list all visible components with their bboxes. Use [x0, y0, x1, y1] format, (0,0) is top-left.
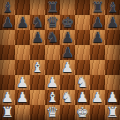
- black-knight[interactable]: ♞: [46, 30, 59, 45]
- black-pawn[interactable]: ♟: [91, 15, 104, 30]
- square-c1[interactable]: [30, 105, 45, 120]
- square-h7[interactable]: ♟: [105, 15, 120, 30]
- square-f2[interactable]: ♟: [75, 90, 90, 105]
- white-queen[interactable]: ♛: [46, 105, 59, 120]
- square-g1[interactable]: [90, 105, 105, 120]
- square-b2[interactable]: ♟: [15, 90, 30, 105]
- square-b5[interactable]: [15, 45, 30, 60]
- square-g3[interactable]: [90, 75, 105, 90]
- square-c6[interactable]: ♟: [30, 30, 45, 45]
- square-h8[interactable]: ♝: [105, 0, 120, 15]
- square-b7[interactable]: ♟: [15, 15, 30, 30]
- square-b4[interactable]: [15, 60, 30, 75]
- square-b6[interactable]: [15, 30, 30, 45]
- square-f4[interactable]: [75, 60, 90, 75]
- square-a1[interactable]: ♜: [0, 105, 15, 120]
- square-b1[interactable]: [15, 105, 30, 120]
- white-pawn[interactable]: ♟: [76, 90, 89, 105]
- square-e8[interactable]: [60, 0, 75, 15]
- square-f1[interactable]: ♚: [75, 105, 90, 120]
- black-pawn[interactable]: ♟: [61, 30, 74, 45]
- square-c4[interactable]: ♝: [30, 60, 45, 75]
- square-e3[interactable]: [60, 75, 75, 90]
- black-bishop[interactable]: ♝: [1, 0, 14, 15]
- square-d7[interactable]: ♛: [45, 15, 60, 30]
- chess-board-wrap: ♝♜♜♝♟♟♞♛♚♟♟♟♞♟♟♟♝♟♟♟♞♟♟♝♞♟♟♟♜♛♚♜: [0, 0, 120, 120]
- white-king[interactable]: ♚: [76, 105, 89, 120]
- square-h4[interactable]: [105, 60, 120, 75]
- white-rook[interactable]: ♜: [106, 105, 119, 120]
- square-b8[interactable]: [15, 0, 30, 15]
- square-a7[interactable]: ♟: [0, 15, 15, 30]
- white-pawn[interactable]: ♟: [16, 75, 29, 90]
- black-queen[interactable]: ♛: [46, 15, 59, 30]
- white-knight[interactable]: ♞: [76, 75, 89, 90]
- square-f6[interactable]: [75, 30, 90, 45]
- square-c3[interactable]: [30, 75, 45, 90]
- square-e6[interactable]: ♟: [60, 30, 75, 45]
- square-h6[interactable]: [105, 30, 120, 45]
- square-c2[interactable]: [30, 90, 45, 105]
- white-knight[interactable]: ♞: [61, 90, 74, 105]
- square-a3[interactable]: [0, 75, 15, 90]
- square-g6[interactable]: ♟: [90, 30, 105, 45]
- square-e5[interactable]: ♟: [60, 45, 75, 60]
- square-a4[interactable]: [0, 60, 15, 75]
- square-f7[interactable]: [75, 15, 90, 30]
- square-f3[interactable]: ♞: [75, 75, 90, 90]
- square-d4[interactable]: [45, 60, 60, 75]
- square-g4[interactable]: [90, 60, 105, 75]
- black-pawn[interactable]: ♟: [61, 45, 74, 60]
- black-pawn[interactable]: ♟: [1, 15, 14, 30]
- square-d5[interactable]: [45, 45, 60, 60]
- square-b3[interactable]: ♟: [15, 75, 30, 90]
- square-e7[interactable]: ♚: [60, 15, 75, 30]
- black-knight[interactable]: ♞: [31, 15, 44, 30]
- white-rook[interactable]: ♜: [1, 105, 14, 120]
- square-a8[interactable]: ♝: [0, 0, 15, 15]
- square-a5[interactable]: [0, 45, 15, 60]
- square-e1[interactable]: [60, 105, 75, 120]
- chess-board: ♝♜♜♝♟♟♞♛♚♟♟♟♞♟♟♟♝♟♟♟♞♟♟♝♞♟♟♟♜♛♚♜: [0, 0, 120, 120]
- square-e4[interactable]: ♟: [60, 60, 75, 75]
- square-c5[interactable]: [30, 45, 45, 60]
- square-d2[interactable]: ♝: [45, 90, 60, 105]
- square-f8[interactable]: [75, 0, 90, 15]
- square-d8[interactable]: ♜: [45, 0, 60, 15]
- square-d6[interactable]: ♞: [45, 30, 60, 45]
- square-g2[interactable]: ♟: [90, 90, 105, 105]
- black-pawn[interactable]: ♟: [16, 15, 29, 30]
- black-king[interactable]: ♚: [61, 15, 74, 30]
- square-f5[interactable]: [75, 45, 90, 60]
- square-h3[interactable]: [105, 75, 120, 90]
- square-g8[interactable]: ♜: [90, 0, 105, 15]
- black-pawn[interactable]: ♟: [106, 15, 119, 30]
- white-pawn[interactable]: ♟: [16, 90, 29, 105]
- white-bishop[interactable]: ♝: [31, 60, 44, 75]
- white-pawn[interactable]: ♟: [61, 60, 74, 75]
- white-pawn[interactable]: ♟: [91, 90, 104, 105]
- black-rook[interactable]: ♜: [46, 0, 59, 15]
- square-h2[interactable]: ♟: [105, 90, 120, 105]
- square-a2[interactable]: ♟: [0, 90, 15, 105]
- black-pawn[interactable]: ♟: [91, 30, 104, 45]
- square-h1[interactable]: ♜: [105, 105, 120, 120]
- square-c7[interactable]: ♞: [30, 15, 45, 30]
- square-g7[interactable]: ♟: [90, 15, 105, 30]
- white-pawn[interactable]: ♟: [46, 75, 59, 90]
- square-g5[interactable]: [90, 45, 105, 60]
- square-c8[interactable]: [30, 0, 45, 15]
- black-bishop[interactable]: ♝: [106, 0, 119, 15]
- white-bishop[interactable]: ♝: [46, 90, 59, 105]
- square-e2[interactable]: ♞: [60, 90, 75, 105]
- white-pawn[interactable]: ♟: [1, 90, 14, 105]
- black-rook[interactable]: ♜: [91, 0, 104, 15]
- square-d1[interactable]: ♛: [45, 105, 60, 120]
- white-pawn[interactable]: ♟: [106, 90, 119, 105]
- black-pawn[interactable]: ♟: [31, 30, 44, 45]
- square-d3[interactable]: ♟: [45, 75, 60, 90]
- square-h5[interactable]: [105, 45, 120, 60]
- square-a6[interactable]: [0, 30, 15, 45]
